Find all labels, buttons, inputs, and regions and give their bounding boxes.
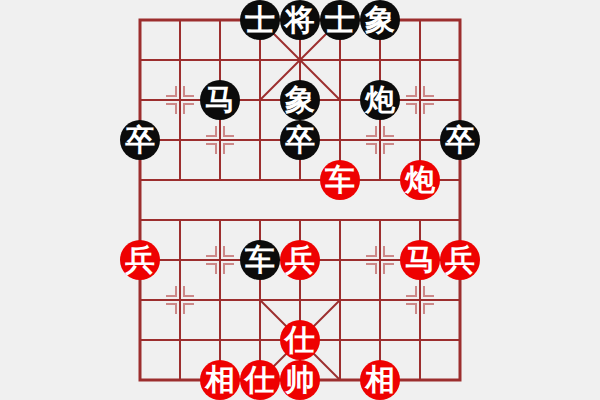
xiangqi-board: 士将士象马象炮卒卒卒车炮兵车兵马兵仕相仕帅相 [0,0,600,400]
piece-red-elephant[interactable]: 相 [360,360,400,400]
piece-red-advisor[interactable]: 仕 [240,360,280,400]
piece-red-pawn[interactable]: 兵 [120,240,160,280]
piece-black-pawn[interactable]: 卒 [120,120,160,160]
piece-black-cannon[interactable]: 炮 [360,80,400,120]
piece-black-advisor[interactable]: 士 [320,0,360,40]
piece-black-advisor[interactable]: 士 [240,0,280,40]
piece-red-horse[interactable]: 马 [400,240,440,280]
piece-black-general[interactable]: 将 [280,0,320,40]
pieces-layer: 士将士象马象炮卒卒卒车炮兵车兵马兵仕相仕帅相 [0,0,600,400]
piece-red-elephant[interactable]: 相 [200,360,240,400]
piece-red-cannon[interactable]: 炮 [400,160,440,200]
piece-red-chariot[interactable]: 车 [320,160,360,200]
piece-black-horse[interactable]: 马 [200,80,240,120]
piece-red-general[interactable]: 帅 [280,360,320,400]
piece-red-advisor[interactable]: 仕 [280,320,320,360]
piece-red-pawn[interactable]: 兵 [440,240,480,280]
piece-black-pawn[interactable]: 卒 [440,120,480,160]
piece-black-elephant[interactable]: 象 [360,0,400,40]
piece-black-chariot[interactable]: 车 [240,240,280,280]
piece-black-elephant[interactable]: 象 [280,80,320,120]
piece-red-pawn[interactable]: 兵 [280,240,320,280]
piece-black-pawn[interactable]: 卒 [280,120,320,160]
